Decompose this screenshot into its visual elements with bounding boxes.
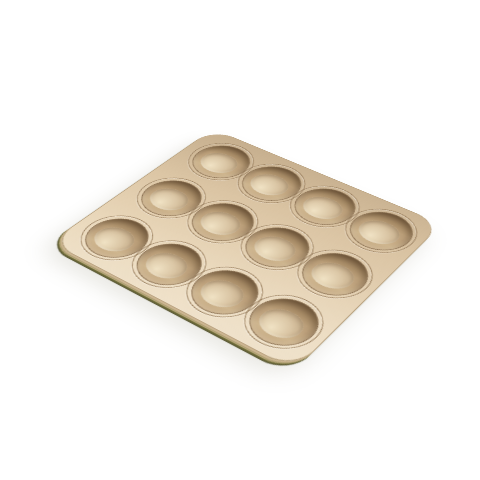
photo-canvas (0, 0, 480, 480)
muffin-cup-floor (352, 216, 407, 249)
muffin-cup-floor (194, 149, 245, 177)
muffin-cup-floor (143, 184, 196, 215)
muffin-pan (49, 129, 442, 371)
muffin-cup-floor (86, 223, 142, 257)
muffin-cup-floor (296, 192, 349, 223)
muffin-cup-floor (193, 207, 248, 240)
muffin-cup-floor (193, 275, 252, 313)
muffin-cup-floor (251, 303, 312, 344)
muffin-cup-floor (304, 257, 362, 294)
muffin-cup-grid (61, 134, 430, 363)
muffin-cup-floor (138, 248, 196, 284)
muffin-cup-floor (247, 232, 303, 266)
muffin-cup-floor (243, 170, 295, 200)
